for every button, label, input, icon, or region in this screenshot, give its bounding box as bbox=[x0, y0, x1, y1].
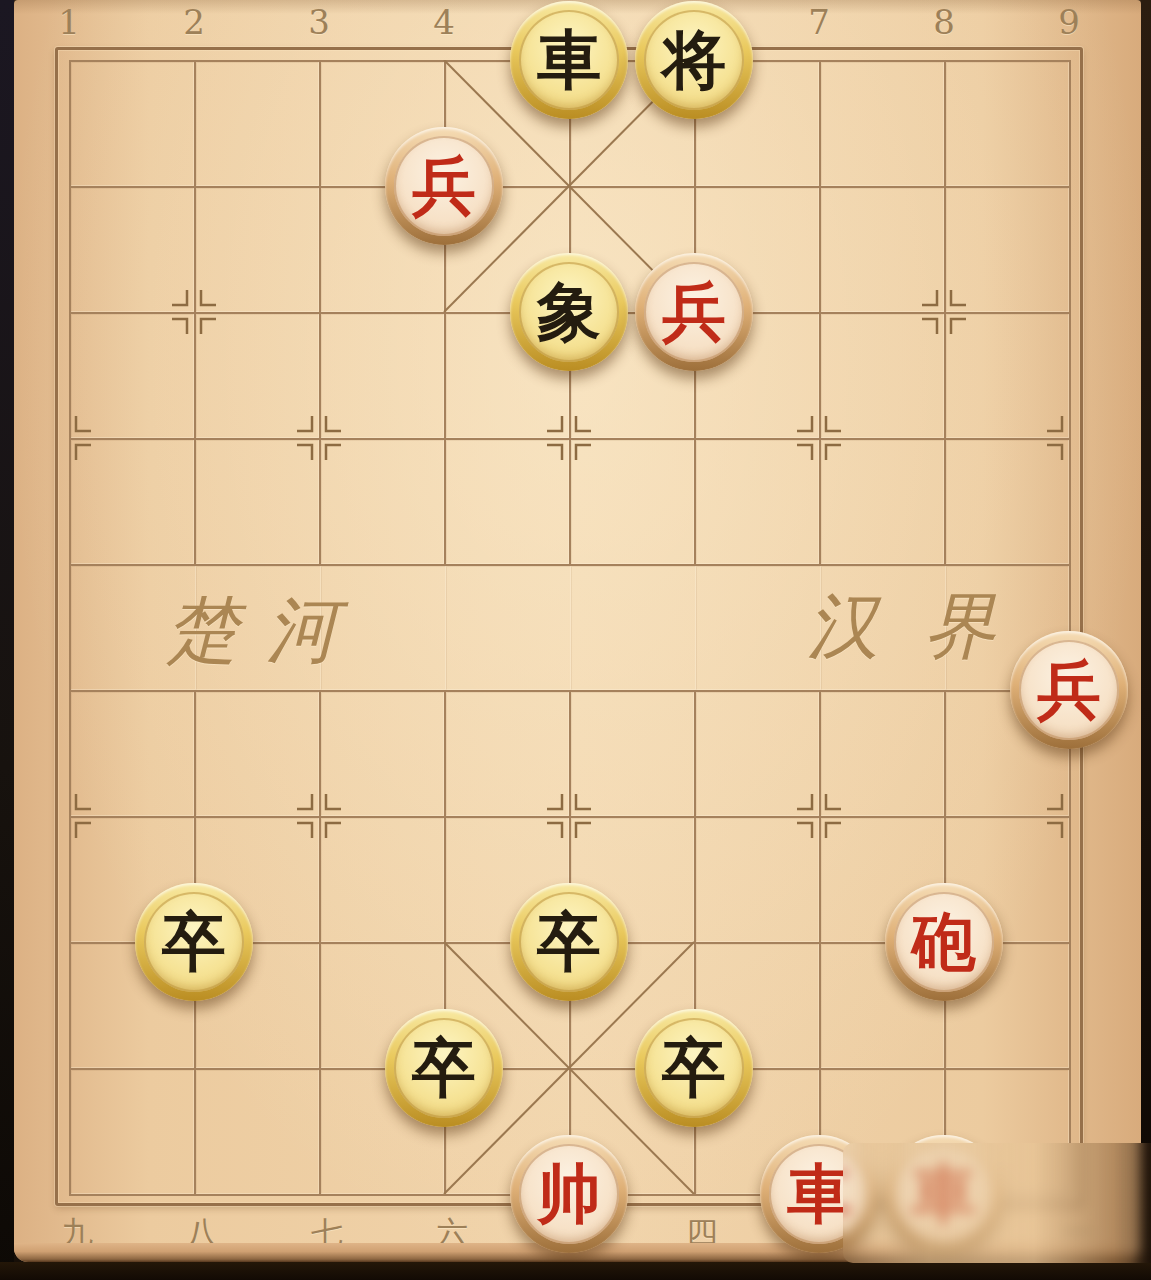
piece-glyph: 兵 bbox=[394, 136, 494, 236]
piece-glyph: 卒 bbox=[519, 892, 619, 992]
background-left-strip bbox=[0, 0, 14, 1280]
piece-black-soldier-f2-r8[interactable]: 卒 bbox=[135, 883, 253, 1001]
piece-glyph: 兵 bbox=[644, 262, 744, 362]
piece-glyph: 帅 bbox=[519, 1144, 619, 1244]
piece-glyph: 兵 bbox=[1019, 640, 1119, 740]
piece-black-soldier-f5-r8[interactable]: 卒 bbox=[510, 883, 628, 1001]
piece-red-soldier-f9-r6[interactable]: 兵 bbox=[1010, 631, 1128, 749]
blur-smudge-overlay bbox=[843, 1143, 1151, 1263]
piece-glyph: 将 bbox=[644, 10, 744, 110]
pieces-layer: 車将兵象兵兵卒卒砲卒卒帅車車 bbox=[0, 0, 1151, 1280]
piece-black-general-f6-r1[interactable]: 将 bbox=[635, 1, 753, 119]
piece-glyph: 砲 bbox=[894, 892, 994, 992]
piece-black-chariot-f5-r1[interactable]: 車 bbox=[510, 1, 628, 119]
piece-glyph: 卒 bbox=[144, 892, 244, 992]
piece-red-cannon-f8-r8[interactable]: 砲 bbox=[885, 883, 1003, 1001]
piece-black-soldier-f6-r9[interactable]: 卒 bbox=[635, 1009, 753, 1127]
piece-glyph: 卒 bbox=[644, 1018, 744, 1118]
piece-glyph: 卒 bbox=[394, 1018, 494, 1118]
piece-red-soldier-f6-r3[interactable]: 兵 bbox=[635, 253, 753, 371]
piece-black-soldier-f4-r9[interactable]: 卒 bbox=[385, 1009, 503, 1127]
piece-glyph: 車 bbox=[519, 10, 619, 110]
background-right-strip bbox=[1141, 0, 1151, 1280]
xiangqi-screenshot: 楚河 汉界 123456789九八七六五四三二一 車将兵象兵兵卒卒砲卒卒帅車車 bbox=[0, 0, 1151, 1280]
background-bottom-strip bbox=[0, 1262, 1151, 1280]
piece-black-elephant-f5-r3[interactable]: 象 bbox=[510, 253, 628, 371]
piece-glyph: 象 bbox=[519, 262, 619, 362]
piece-red-general-f5-r10[interactable]: 帅 bbox=[510, 1135, 628, 1253]
piece-red-soldier-f4-r2[interactable]: 兵 bbox=[385, 127, 503, 245]
